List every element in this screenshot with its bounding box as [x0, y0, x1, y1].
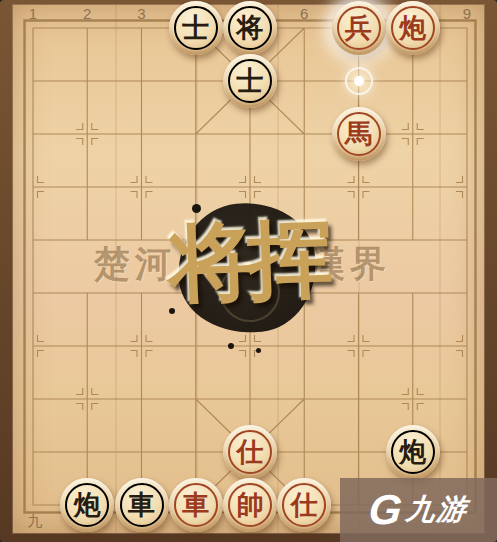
piece-red-horse[interactable]: 馬	[332, 107, 386, 161]
piece-black-cannon[interactable]: 炮	[386, 425, 440, 479]
piece-glyph: 兵	[345, 15, 372, 42]
piece-glyph: 仕	[237, 439, 264, 466]
piece-glyph: 帥	[237, 492, 264, 519]
piece-ring: 馬	[337, 112, 381, 156]
9game-watermark: G 九游	[340, 478, 497, 542]
piece-red-chariot[interactable]: 車	[169, 478, 223, 532]
piece-red-general[interactable]: 帥	[223, 478, 277, 532]
piece-glyph: 馬	[345, 121, 372, 148]
piece-black-advisor[interactable]: 士	[223, 54, 277, 108]
piece-ring: 車	[174, 483, 218, 527]
piece-black-cannon[interactable]: 炮	[60, 478, 114, 532]
piece-ring: 仕	[228, 430, 272, 474]
piece-red-cannon[interactable]: 炮	[386, 1, 440, 55]
piece-glyph: 車	[182, 492, 209, 519]
piece-glyph: 炮	[399, 15, 426, 42]
piece-ring: 将	[228, 6, 272, 50]
piece-ring: 士	[174, 6, 218, 50]
9game-logo-icon: G	[367, 489, 404, 531]
9game-logo-text: 九游	[404, 490, 470, 530]
piece-ring: 仕	[282, 483, 326, 527]
piece-glyph: 士	[237, 68, 264, 95]
piece-ring: 炮	[391, 430, 435, 474]
piece-red-advisor[interactable]: 仕	[277, 478, 331, 532]
piece-ring: 炮	[391, 6, 435, 50]
piece-ring: 車	[120, 483, 164, 527]
piece-ring: 帥	[228, 483, 272, 527]
piece-black-general[interactable]: 将	[223, 1, 277, 55]
piece-glyph: 仕	[291, 492, 318, 519]
piece-ring: 兵	[337, 6, 381, 50]
piece-glyph: 車	[128, 492, 155, 519]
xiangqi-board-screen: 123456789 九 楚河 漢界 将挥 士将兵炮士馬仕炮炮車車帥仕 G 九游	[0, 0, 497, 542]
piece-red-pawn[interactable]: 兵	[332, 1, 386, 55]
piece-glyph: 将	[237, 15, 264, 42]
piece-ring: 炮	[65, 483, 109, 527]
piece-glyph: 士	[182, 15, 209, 42]
piece-red-advisor[interactable]: 仕	[223, 425, 277, 479]
piece-ring: 士	[228, 59, 272, 103]
piece-glyph: 炮	[399, 439, 426, 466]
piece-glyph: 炮	[74, 492, 101, 519]
piece-black-advisor[interactable]: 士	[169, 1, 223, 55]
pieces-grid: 士将兵炮士馬仕炮炮車車帥仕	[6, 2, 494, 532]
piece-black-chariot[interactable]: 車	[115, 478, 169, 532]
